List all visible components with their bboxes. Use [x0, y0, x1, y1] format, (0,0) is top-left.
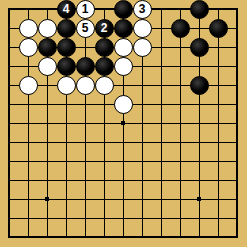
black-stone[interactable]: [57, 38, 76, 57]
white-stone[interactable]: 5: [76, 19, 95, 38]
black-stone[interactable]: [95, 57, 114, 76]
white-stone[interactable]: [57, 76, 76, 95]
white-stone[interactable]: [114, 38, 133, 57]
white-stone[interactable]: 3: [133, 0, 152, 19]
black-stone[interactable]: [171, 19, 190, 38]
black-stone[interactable]: [209, 19, 228, 38]
white-stone[interactable]: [114, 95, 133, 114]
white-stone[interactable]: [76, 76, 95, 95]
white-stone[interactable]: [114, 57, 133, 76]
black-stone[interactable]: [95, 38, 114, 57]
white-stone[interactable]: [133, 38, 152, 57]
white-stone[interactable]: [38, 57, 57, 76]
black-stone[interactable]: [114, 0, 133, 19]
move-number-label: 3: [139, 3, 146, 15]
black-stone[interactable]: [190, 38, 209, 57]
move-number-label: 5: [82, 22, 89, 34]
stones-layer: 41352: [0, 0, 247, 247]
white-stone[interactable]: [95, 76, 114, 95]
black-stone[interactable]: [190, 0, 209, 19]
white-stone[interactable]: 1: [76, 0, 95, 19]
black-stone[interactable]: [190, 76, 209, 95]
go-board[interactable]: 41352: [0, 0, 247, 247]
move-number-label: 4: [63, 3, 70, 15]
move-number-label: 2: [101, 22, 108, 34]
black-stone[interactable]: [57, 19, 76, 38]
white-stone[interactable]: [19, 76, 38, 95]
white-stone[interactable]: [19, 19, 38, 38]
black-stone[interactable]: 2: [95, 19, 114, 38]
black-stone[interactable]: [114, 19, 133, 38]
black-stone[interactable]: 4: [57, 0, 76, 19]
black-stone[interactable]: [57, 57, 76, 76]
white-stone[interactable]: [38, 19, 57, 38]
white-stone[interactable]: [19, 38, 38, 57]
black-stone[interactable]: [38, 38, 57, 57]
black-stone[interactable]: [76, 57, 95, 76]
move-number-label: 1: [82, 3, 89, 15]
white-stone[interactable]: [133, 19, 152, 38]
